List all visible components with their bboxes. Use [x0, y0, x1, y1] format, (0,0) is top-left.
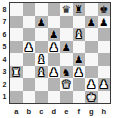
square-e6[interactable]: [60, 28, 73, 41]
square-e2[interactable]: ♛: [60, 78, 73, 91]
square-f2[interactable]: [73, 78, 86, 91]
square-f6[interactable]: ♝: [73, 28, 86, 41]
square-f3[interactable]: ♟: [73, 66, 86, 79]
square-h3[interactable]: [98, 66, 111, 79]
square-a5[interactable]: [10, 41, 23, 54]
rank-label-2: 2: [0, 78, 9, 91]
rank-label-3: 3: [0, 66, 9, 79]
square-b2[interactable]: [23, 78, 36, 91]
square-d2[interactable]: [48, 78, 61, 91]
piece-black-pawn: ♟: [49, 28, 58, 41]
piece-black-pawn: ♟: [99, 16, 108, 29]
piece-white-bishop: ♝: [37, 53, 46, 66]
rank-label-5: 5: [0, 41, 9, 54]
square-g6[interactable]: [85, 28, 98, 41]
piece-black-pawn: ♟: [37, 16, 46, 29]
square-a7[interactable]: [10, 16, 23, 29]
square-c5[interactable]: [35, 41, 48, 54]
square-d7[interactable]: [48, 16, 61, 29]
square-e3[interactable]: ♞: [60, 66, 73, 79]
piece-white-pawn: ♟: [99, 78, 108, 91]
square-c7[interactable]: ♟: [35, 16, 48, 29]
file-label-h: h: [98, 105, 111, 117]
file-label-b: b: [23, 105, 36, 117]
square-g4[interactable]: [85, 53, 98, 66]
square-b4[interactable]: [23, 53, 36, 66]
square-f8[interactable]: ♜: [73, 3, 86, 16]
square-e4[interactable]: [60, 53, 73, 66]
piece-white-rook: ♜: [12, 66, 21, 79]
piece-white-pawn: ♟: [49, 66, 58, 79]
piece-white-pawn: ♟: [87, 78, 96, 91]
rank-label-6: 6: [0, 28, 9, 41]
chess-board: ♛♜♚♟♟♟♟♝♟♟♟♝♟♜♝♟♞♟♛♟♟♚: [9, 2, 111, 104]
square-b6[interactable]: [23, 28, 36, 41]
piece-black-pawn: ♟: [87, 16, 96, 29]
square-b3[interactable]: [23, 66, 36, 79]
square-d6[interactable]: ♟: [48, 28, 61, 41]
file-label-e: e: [60, 105, 73, 117]
square-a1[interactable]: [10, 91, 23, 104]
square-a6[interactable]: [10, 28, 23, 41]
file-label-a: a: [10, 105, 23, 117]
square-d4[interactable]: [48, 53, 61, 66]
piece-white-queen: ♛: [62, 78, 71, 91]
square-a8[interactable]: [10, 3, 23, 16]
file-label-g: g: [85, 105, 98, 117]
square-h8[interactable]: ♚: [98, 3, 111, 16]
piece-black-pawn: ♟: [62, 41, 71, 54]
square-f7[interactable]: [73, 16, 86, 29]
square-c3[interactable]: ♝: [35, 66, 48, 79]
square-g2[interactable]: ♟: [85, 78, 98, 91]
piece-white-bishop: ♝: [37, 66, 46, 79]
square-d5[interactable]: ♟: [48, 41, 61, 54]
square-c2[interactable]: [35, 78, 48, 91]
square-g5[interactable]: [85, 41, 98, 54]
square-f5[interactable]: [73, 41, 86, 54]
rank-label-4: 4: [0, 53, 9, 66]
square-h7[interactable]: ♟: [98, 16, 111, 29]
piece-black-queen: ♛: [62, 3, 71, 16]
square-e1[interactable]: [60, 91, 73, 104]
square-b8[interactable]: [23, 3, 36, 16]
piece-black-knight: ♞: [62, 66, 71, 79]
square-c1[interactable]: [35, 91, 48, 104]
square-b1[interactable]: [23, 91, 36, 104]
square-g1[interactable]: ♚: [85, 91, 98, 104]
piece-white-king: ♚: [87, 91, 96, 104]
piece-black-rook: ♜: [74, 3, 83, 16]
square-c8[interactable]: [35, 3, 48, 16]
square-b7[interactable]: [23, 16, 36, 29]
square-f1[interactable]: [73, 91, 86, 104]
square-e7[interactable]: [60, 16, 73, 29]
chess-diagram: 87654321 ♛♜♚♟♟♟♟♝♟♟♟♝♟♜♝♟♞♟♛♟♟♚ abcdefgh: [0, 0, 118, 118]
file-label-f: f: [73, 105, 86, 117]
square-g8[interactable]: [85, 3, 98, 16]
square-d3[interactable]: ♟: [48, 66, 61, 79]
piece-white-pawn: ♟: [49, 41, 58, 54]
square-h4[interactable]: [98, 53, 111, 66]
square-e5[interactable]: ♟: [60, 41, 73, 54]
square-f4[interactable]: ♟: [73, 53, 86, 66]
square-h2[interactable]: ♟: [98, 78, 111, 91]
square-b5[interactable]: ♟: [23, 41, 36, 54]
square-g7[interactable]: ♟: [85, 16, 98, 29]
square-h6[interactable]: [98, 28, 111, 41]
piece-black-king: ♚: [99, 3, 108, 16]
square-a3[interactable]: ♜: [10, 66, 23, 79]
square-c6[interactable]: [35, 28, 48, 41]
piece-white-pawn: ♟: [74, 66, 83, 79]
square-a2[interactable]: [10, 78, 23, 91]
rank-label-1: 1: [0, 91, 9, 104]
rank-label-8: 8: [0, 3, 9, 16]
square-e8[interactable]: ♛: [60, 3, 73, 16]
square-a4[interactable]: [10, 53, 23, 66]
file-label-c: c: [35, 105, 48, 117]
square-g3[interactable]: [85, 66, 98, 79]
file-labels: abcdefgh: [10, 105, 110, 117]
square-c4[interactable]: ♝: [35, 53, 48, 66]
rank-labels: 87654321: [0, 3, 9, 103]
piece-white-bishop: ♝: [74, 28, 83, 41]
square-d8[interactable]: [48, 3, 61, 16]
rank-label-7: 7: [0, 16, 9, 29]
piece-black-pawn: ♟: [74, 53, 83, 66]
square-h5[interactable]: [98, 41, 111, 54]
piece-white-pawn: ♟: [24, 41, 33, 54]
square-d1[interactable]: [48, 91, 61, 104]
square-h1[interactable]: [98, 91, 111, 104]
file-label-d: d: [48, 105, 61, 117]
